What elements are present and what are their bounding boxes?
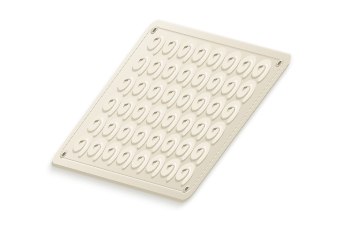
product-photo (0, 0, 350, 233)
